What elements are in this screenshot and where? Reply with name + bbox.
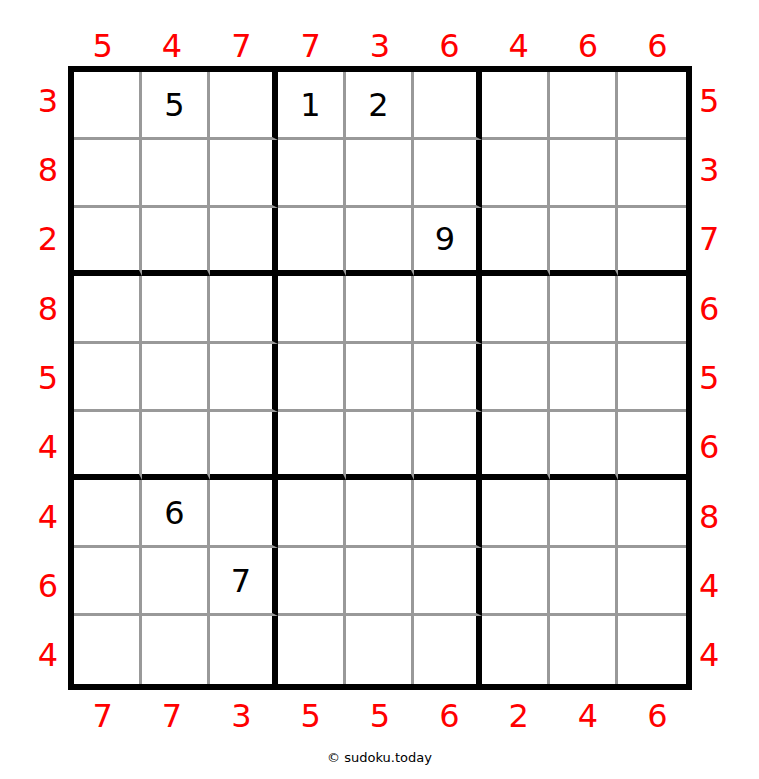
- bottom-clue-1: 7: [92, 697, 112, 735]
- cell-r6c8[interactable]: [550, 412, 618, 480]
- cell-r5c7[interactable]: [482, 344, 550, 412]
- cell-r8c1[interactable]: [74, 548, 142, 616]
- cell-r3c5[interactable]: [346, 208, 414, 276]
- left-clue-1: 3: [38, 82, 58, 120]
- cell-r3c4[interactable]: [278, 208, 346, 276]
- bottom-clue-7: 2: [508, 697, 528, 735]
- cell-r4c1[interactable]: [74, 276, 142, 344]
- copyright-text: © sudoku.today: [327, 750, 432, 765]
- top-clue-8: 6: [578, 27, 598, 65]
- cell-r9c9[interactable]: [618, 616, 686, 684]
- bottom-clue-6: 6: [439, 697, 459, 735]
- cell-r9c7[interactable]: [482, 616, 550, 684]
- top-clue-6: 6: [439, 27, 459, 65]
- cell-r4c4[interactable]: [278, 276, 346, 344]
- cell-r9c5[interactable]: [346, 616, 414, 684]
- cell-r5c5[interactable]: [346, 344, 414, 412]
- cell-r2c7[interactable]: [482, 140, 550, 208]
- given-digit: 5: [164, 86, 184, 124]
- left-clue-2: 8: [38, 151, 58, 189]
- cell-r7c8[interactable]: [550, 480, 618, 548]
- cell-r9c2[interactable]: [142, 616, 210, 684]
- cell-r6c2[interactable]: [142, 412, 210, 480]
- top-clue-1: 5: [92, 27, 112, 65]
- cell-r8c3[interactable]: 7: [210, 548, 278, 616]
- cell-r3c8[interactable]: [550, 208, 618, 276]
- top-clue-5: 3: [370, 27, 390, 65]
- corner-bottom-right: [692, 690, 759, 742]
- cell-r5c3[interactable]: [210, 344, 278, 412]
- left-clue-4: 8: [38, 290, 58, 328]
- cell-r1c5[interactable]: 2: [346, 72, 414, 140]
- cell-r8c4[interactable]: [278, 548, 346, 616]
- cell-r2c9[interactable]: [618, 140, 686, 208]
- cell-r7c7[interactable]: [482, 480, 550, 548]
- right-clue-8: 4: [699, 567, 719, 605]
- top-clue-7: 4: [508, 27, 528, 65]
- cell-r5c8[interactable]: [550, 344, 618, 412]
- cell-r4c2[interactable]: [142, 276, 210, 344]
- top-clues: 547736466: [68, 0, 692, 66]
- top-clue-9: 6: [647, 27, 667, 65]
- cell-r2c4[interactable]: [278, 140, 346, 208]
- puzzle-layout: 547736466 382854464 512967 537656844 773…: [0, 0, 759, 742]
- cell-r7c6[interactable]: [414, 480, 482, 548]
- cell-r9c3[interactable]: [210, 616, 278, 684]
- top-clue-2: 4: [162, 27, 182, 65]
- left-clues: 382854464: [0, 66, 68, 690]
- cell-r5c1[interactable]: [74, 344, 142, 412]
- cell-r4c3[interactable]: [210, 276, 278, 344]
- right-clue-1: 5: [699, 82, 719, 120]
- cell-r3c9[interactable]: [618, 208, 686, 276]
- cell-r6c1[interactable]: [74, 412, 142, 480]
- cell-r1c2[interactable]: 5: [142, 72, 210, 140]
- cell-r8c5[interactable]: [346, 548, 414, 616]
- cell-r4c8[interactable]: [550, 276, 618, 344]
- cell-r6c9[interactable]: [618, 412, 686, 480]
- cell-r1c1[interactable]: [74, 72, 142, 140]
- right-clues: 537656844: [692, 66, 759, 690]
- cell-r7c3[interactable]: [210, 480, 278, 548]
- cell-r6c4[interactable]: [278, 412, 346, 480]
- cell-r7c4[interactable]: [278, 480, 346, 548]
- bottom-clue-8: 4: [578, 697, 598, 735]
- cell-r5c2[interactable]: [142, 344, 210, 412]
- top-clue-3: 7: [231, 27, 251, 65]
- given-digit: 7: [231, 562, 251, 600]
- corner-bottom-left: [0, 690, 68, 742]
- corner-top-left: [0, 0, 68, 66]
- cell-r8c6[interactable]: [414, 548, 482, 616]
- cell-r2c8[interactable]: [550, 140, 618, 208]
- left-clue-9: 4: [38, 636, 58, 674]
- left-clue-8: 6: [38, 567, 58, 605]
- cell-r6c5[interactable]: [346, 412, 414, 480]
- cell-r3c1[interactable]: [74, 208, 142, 276]
- right-clue-9: 4: [699, 636, 719, 674]
- cell-r3c2[interactable]: [142, 208, 210, 276]
- cell-r5c4[interactable]: [278, 344, 346, 412]
- cell-r7c5[interactable]: [346, 480, 414, 548]
- cell-r3c3[interactable]: [210, 208, 278, 276]
- cell-r4c5[interactable]: [346, 276, 414, 344]
- left-clue-3: 2: [38, 220, 58, 258]
- right-clue-5: 5: [699, 359, 719, 397]
- given-digit: 1: [300, 86, 320, 124]
- cell-r4c9[interactable]: [618, 276, 686, 344]
- given-digit: 6: [164, 494, 184, 532]
- cell-r2c3[interactable]: [210, 140, 278, 208]
- bottom-clue-9: 6: [647, 697, 667, 735]
- cell-r2c1[interactable]: [74, 140, 142, 208]
- bottom-clue-2: 7: [162, 697, 182, 735]
- cell-r5c9[interactable]: [618, 344, 686, 412]
- cell-r8c7[interactable]: [482, 548, 550, 616]
- right-clue-7: 8: [699, 498, 719, 536]
- cell-r1c7[interactable]: [482, 72, 550, 140]
- cell-r9c6[interactable]: [414, 616, 482, 684]
- cell-r3c6[interactable]: 9: [414, 208, 482, 276]
- bottom-clue-4: 5: [300, 697, 320, 735]
- right-clue-4: 6: [699, 290, 719, 328]
- corner-top-right: [692, 0, 759, 66]
- cell-r8c8[interactable]: [550, 548, 618, 616]
- cell-r7c2[interactable]: 6: [142, 480, 210, 548]
- cell-r1c4[interactable]: 1: [278, 72, 346, 140]
- cell-r6c6[interactable]: [414, 412, 482, 480]
- given-digit: 2: [368, 86, 388, 124]
- right-clue-6: 6: [699, 428, 719, 466]
- cell-r6c7[interactable]: [482, 412, 550, 480]
- cell-r8c2[interactable]: [142, 548, 210, 616]
- cell-r9c8[interactable]: [550, 616, 618, 684]
- cell-r4c6[interactable]: [414, 276, 482, 344]
- cell-r7c1[interactable]: [74, 480, 142, 548]
- cell-r5c6[interactable]: [414, 344, 482, 412]
- cell-r8c9[interactable]: [618, 548, 686, 616]
- given-digit: 9: [435, 220, 455, 258]
- left-clue-7: 4: [38, 498, 58, 536]
- cell-r1c8[interactable]: [550, 72, 618, 140]
- cell-r1c3[interactable]: [210, 72, 278, 140]
- cell-r1c9[interactable]: [618, 72, 686, 140]
- sudoku-page: 547736466 382854464 512967 537656844 773…: [0, 0, 759, 765]
- top-clue-4: 7: [300, 27, 320, 65]
- cell-r1c6[interactable]: [414, 72, 482, 140]
- cell-r7c9[interactable]: [618, 480, 686, 548]
- footer: © sudoku.today: [0, 742, 759, 765]
- cell-r3c7[interactable]: [482, 208, 550, 276]
- cell-r2c6[interactable]: [414, 140, 482, 208]
- cell-r2c2[interactable]: [142, 140, 210, 208]
- right-clue-3: 7: [699, 220, 719, 258]
- right-clue-2: 3: [699, 151, 719, 189]
- cell-r9c1[interactable]: [74, 616, 142, 684]
- left-clue-6: 4: [38, 428, 58, 466]
- bottom-clue-3: 3: [231, 697, 251, 735]
- bottom-clues: 773556246: [68, 690, 692, 742]
- sudoku-board: 512967: [68, 66, 692, 690]
- cell-r2c5[interactable]: [346, 140, 414, 208]
- cell-r6c3[interactable]: [210, 412, 278, 480]
- cell-r4c7[interactable]: [482, 276, 550, 344]
- left-clue-5: 5: [38, 359, 58, 397]
- bottom-clue-5: 5: [370, 697, 390, 735]
- cell-r9c4[interactable]: [278, 616, 346, 684]
